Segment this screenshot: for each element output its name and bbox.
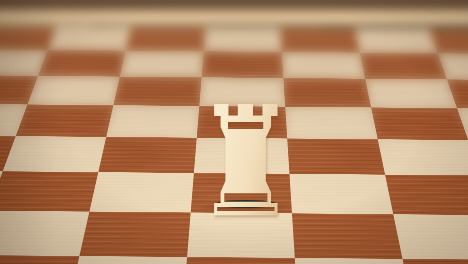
white-rook[interactable]: ♜ xyxy=(196,87,297,239)
chessboard-scene: ♜ xyxy=(0,0,468,264)
